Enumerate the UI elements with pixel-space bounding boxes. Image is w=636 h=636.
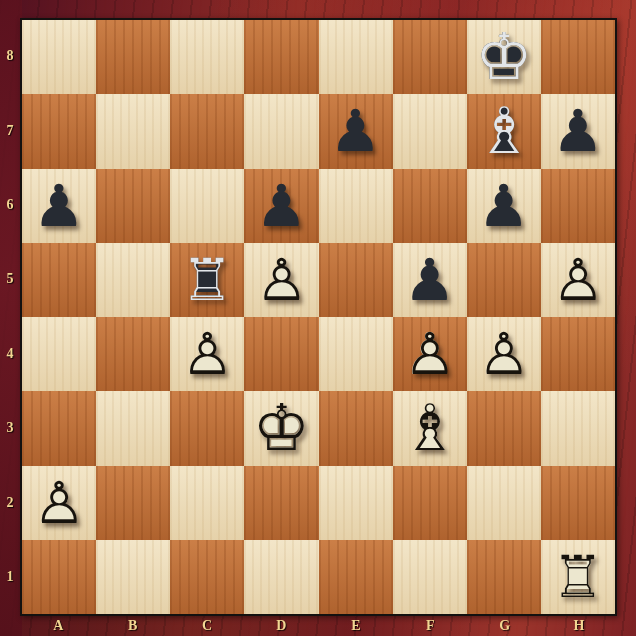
file-label-a: A [53,618,63,634]
piece-outline: ♙ [393,317,467,391]
square-e6[interactable] [319,169,393,243]
square-h2[interactable] [541,466,615,540]
rank-label-7: 7 [7,123,14,139]
square-g6[interactable]: ♟ [467,169,541,243]
square-c8[interactable] [170,20,244,94]
square-c5[interactable]: ♜♖ [170,243,244,317]
square-d2[interactable] [244,466,318,540]
square-g7[interactable]: ♝♗ [467,94,541,168]
piece-glyph: ♟ [393,243,467,317]
rank-label-5: 5 [7,271,14,287]
piece-white-rook-h1[interactable]: ♜♖ [541,540,615,614]
square-b7[interactable] [96,94,170,168]
piece-outline: ♙ [541,243,615,317]
piece-outline: ♔ [244,391,318,465]
file-label-e: E [351,618,360,634]
square-d1[interactable] [244,540,318,614]
square-c7[interactable] [170,94,244,168]
piece-white-pawn-g4[interactable]: ♟♙ [467,317,541,391]
square-f2[interactable] [393,466,467,540]
square-h4[interactable] [541,317,615,391]
square-b6[interactable] [96,169,170,243]
square-g3[interactable] [467,391,541,465]
square-h3[interactable] [541,391,615,465]
file-label-h: H [574,618,585,634]
square-d6[interactable]: ♟ [244,169,318,243]
file-label-f: F [426,618,435,634]
piece-black-pawn-d6[interactable]: ♟ [244,169,318,243]
square-f4[interactable]: ♟♙ [393,317,467,391]
board-grid: ♚♔♟♝♗♟♟♟♟♜♖♟♙♟♟♙♟♙♟♙♟♙♚♔♝♗♟♙♜♖ [22,20,615,614]
piece-outline: ♖ [170,243,244,317]
piece-glyph: ♟ [319,94,393,168]
piece-white-bishop-f3[interactable]: ♝♗ [393,391,467,465]
piece-outline: ♖ [541,540,615,614]
piece-white-pawn-d5[interactable]: ♟♙ [244,243,318,317]
square-h7[interactable]: ♟ [541,94,615,168]
square-f1[interactable] [393,540,467,614]
piece-outline: ♔ [467,20,541,94]
rank-label-1: 1 [7,569,14,585]
piece-black-pawn-g6[interactable]: ♟ [467,169,541,243]
piece-black-pawn-a6[interactable]: ♟ [22,169,96,243]
square-a7[interactable] [22,94,96,168]
file-label-g: G [499,618,510,634]
piece-black-pawn-f5[interactable]: ♟ [393,243,467,317]
square-g1[interactable] [467,540,541,614]
piece-white-pawn-h5[interactable]: ♟♙ [541,243,615,317]
piece-outline: ♗ [467,94,541,168]
square-e3[interactable] [319,391,393,465]
square-c1[interactable] [170,540,244,614]
piece-glyph: ♟ [467,169,541,243]
piece-glyph: ♟ [244,169,318,243]
square-d5[interactable]: ♟♙ [244,243,318,317]
square-b3[interactable] [96,391,170,465]
square-e8[interactable] [319,20,393,94]
piece-outline: ♗ [393,391,467,465]
square-c4[interactable]: ♟♙ [170,317,244,391]
square-b4[interactable] [96,317,170,391]
square-b1[interactable] [96,540,170,614]
piece-black-bishop-g7[interactable]: ♝♗ [467,94,541,168]
chess-board: ♚♔♟♝♗♟♟♟♟♜♖♟♙♟♟♙♟♙♟♙♟♙♚♔♝♗♟♙♜♖ [20,18,617,616]
square-g2[interactable] [467,466,541,540]
square-f7[interactable] [393,94,467,168]
piece-white-pawn-f4[interactable]: ♟♙ [393,317,467,391]
square-d8[interactable] [244,20,318,94]
piece-outline: ♙ [244,243,318,317]
rank-label-2: 2 [7,495,14,511]
piece-black-pawn-h7[interactable]: ♟ [541,94,615,168]
square-d4[interactable] [244,317,318,391]
square-f8[interactable] [393,20,467,94]
square-d3[interactable]: ♚♔ [244,391,318,465]
square-a3[interactable] [22,391,96,465]
chess-app: ♚♔♟♝♗♟♟♟♟♜♖♟♙♟♟♙♟♙♟♙♟♙♚♔♝♗♟♙♜♖ 87654321 … [0,0,636,636]
rank-label-8: 8 [7,48,14,64]
piece-glyph: ♟ [541,94,615,168]
square-e1[interactable] [319,540,393,614]
square-b5[interactable] [96,243,170,317]
square-d7[interactable] [244,94,318,168]
rank-label-4: 4 [7,346,14,362]
piece-black-rook-c5[interactable]: ♜♖ [170,243,244,317]
square-h6[interactable] [541,169,615,243]
piece-black-pawn-e7[interactable]: ♟ [319,94,393,168]
rank-label-3: 3 [7,420,14,436]
file-label-b: B [128,618,137,634]
square-e4[interactable] [319,317,393,391]
piece-black-king-g8[interactable]: ♚♔ [467,20,541,94]
square-c6[interactable] [170,169,244,243]
square-f6[interactable] [393,169,467,243]
square-c3[interactable] [170,391,244,465]
square-e5[interactable] [319,243,393,317]
square-b2[interactable] [96,466,170,540]
square-a1[interactable] [22,540,96,614]
square-b8[interactable] [96,20,170,94]
piece-white-pawn-a2[interactable]: ♟♙ [22,466,96,540]
square-a2[interactable]: ♟♙ [22,466,96,540]
square-g8[interactable]: ♚♔ [467,20,541,94]
square-a8[interactable] [22,20,96,94]
piece-glyph: ♟ [22,169,96,243]
square-g5[interactable] [467,243,541,317]
file-label-c: C [202,618,212,634]
file-label-d: D [276,618,286,634]
square-h5[interactable]: ♟♙ [541,243,615,317]
square-a4[interactable] [22,317,96,391]
square-g4[interactable]: ♟♙ [467,317,541,391]
square-a5[interactable] [22,243,96,317]
piece-outline: ♙ [170,317,244,391]
square-f5[interactable]: ♟ [393,243,467,317]
piece-white-pawn-c4[interactable]: ♟♙ [170,317,244,391]
square-f3[interactable]: ♝♗ [393,391,467,465]
square-h8[interactable] [541,20,615,94]
square-h1[interactable]: ♜♖ [541,540,615,614]
piece-white-king-d3[interactable]: ♚♔ [244,391,318,465]
square-c2[interactable] [170,466,244,540]
piece-outline: ♙ [467,317,541,391]
rank-label-6: 6 [7,197,14,213]
square-e2[interactable] [319,466,393,540]
square-a6[interactable]: ♟ [22,169,96,243]
square-e7[interactable]: ♟ [319,94,393,168]
piece-outline: ♙ [22,466,96,540]
